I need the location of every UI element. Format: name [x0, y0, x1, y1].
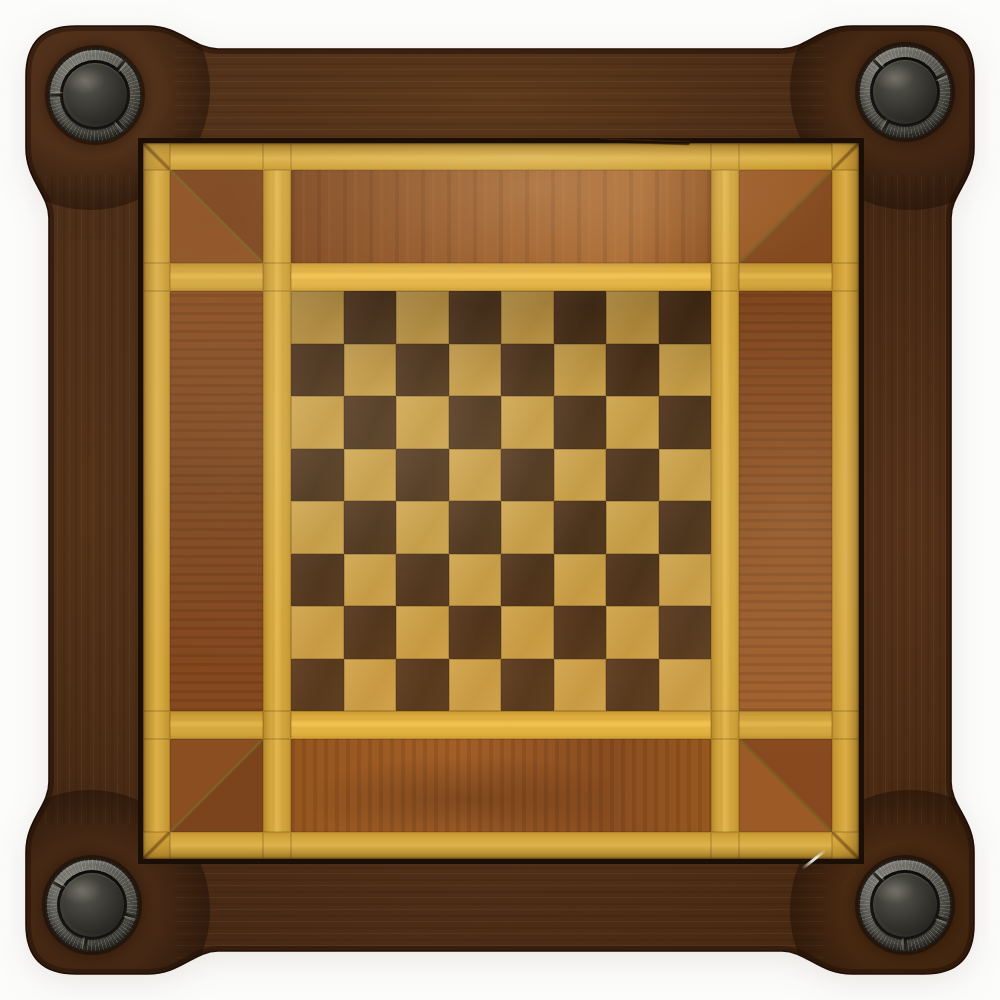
inlay-gold-band-bottom [739, 711, 832, 739]
inlay-gold-frame-band [711, 832, 739, 859]
square-f3[interactable] [554, 554, 607, 607]
inlay-gold-frame-band [832, 170, 859, 263]
square-e8[interactable] [501, 291, 554, 344]
square-d7[interactable] [449, 344, 502, 397]
wood-crack [598, 134, 690, 150]
square-b7[interactable] [344, 344, 397, 397]
square-a2[interactable] [291, 606, 344, 659]
cup-holder-bottom-right [858, 858, 952, 952]
square-c2[interactable] [396, 606, 449, 659]
square-d8[interactable] [449, 291, 502, 344]
square-g5[interactable] [606, 449, 659, 502]
inlay-gold-frame-band [143, 711, 170, 739]
inlay-gold-stripe-left [263, 263, 291, 291]
square-d1[interactable] [449, 659, 502, 712]
square-b2[interactable] [344, 606, 397, 659]
inlay-red-column-left [170, 291, 263, 711]
checkerboard [291, 291, 711, 711]
inlay-gold-frame-corner [143, 832, 170, 859]
square-h8[interactable] [659, 291, 712, 344]
inlay-gold-frame-band [711, 143, 739, 170]
inlay-gold-stripe-left [263, 739, 291, 832]
square-d4[interactable] [449, 501, 502, 554]
square-f6[interactable] [554, 396, 607, 449]
square-e3[interactable] [501, 554, 554, 607]
game-table-photo [0, 0, 1000, 1000]
square-e2[interactable] [501, 606, 554, 659]
inlay-gold-band-bottom [291, 711, 711, 739]
square-h6[interactable] [659, 396, 712, 449]
square-e7[interactable] [501, 344, 554, 397]
square-c5[interactable] [396, 449, 449, 502]
square-c3[interactable] [396, 554, 449, 607]
square-g4[interactable] [606, 501, 659, 554]
inlay-gold-band-top [170, 263, 263, 291]
cup-holder-top-right [858, 45, 952, 139]
square-c6[interactable] [396, 396, 449, 449]
square-e4[interactable] [501, 501, 554, 554]
inlay-red-corner-top-left [170, 170, 263, 263]
square-c8[interactable] [396, 291, 449, 344]
square-b3[interactable] [344, 554, 397, 607]
inlay-red-band-top [291, 170, 711, 263]
inlay-gold-frame-band [143, 263, 170, 291]
inlay-gold-band-bottom [170, 711, 263, 739]
square-d3[interactable] [449, 554, 502, 607]
inlay-gold-frame-corner [832, 143, 859, 170]
inlay-red-corner-bottom-right [739, 739, 832, 832]
square-h5[interactable] [659, 449, 712, 502]
square-a4[interactable] [291, 501, 344, 554]
inlay-gold-frame-band [832, 739, 859, 832]
cup-holder-dome [873, 60, 937, 124]
square-e1[interactable] [501, 659, 554, 712]
square-g2[interactable] [606, 606, 659, 659]
cup-holder-slot [50, 94, 63, 97]
inlay-gold-frame-corner [143, 143, 170, 170]
square-h3[interactable] [659, 554, 712, 607]
square-g8[interactable] [606, 291, 659, 344]
inlay-gold-stripe-left [263, 291, 291, 711]
square-e5[interactable] [501, 449, 554, 502]
square-f1[interactable] [554, 659, 607, 712]
inlay-gold-frame-band [263, 143, 291, 170]
cup-holder-top-left [48, 48, 142, 142]
square-b1[interactable] [344, 659, 397, 712]
square-b4[interactable] [344, 501, 397, 554]
inlay-gold-frame-band [143, 170, 170, 263]
inlay-gold-band-top [291, 263, 711, 291]
square-g6[interactable] [606, 396, 659, 449]
cup-holder-slot [904, 938, 907, 951]
square-f4[interactable] [554, 501, 607, 554]
inlay-gold-stripe-right [711, 170, 739, 263]
inlay-red-band-bottom [291, 739, 711, 832]
square-a1[interactable] [291, 659, 344, 712]
square-f8[interactable] [554, 291, 607, 344]
inlay-gold-frame-band [170, 143, 263, 170]
inlay-red-corner-top-right [739, 170, 832, 263]
square-g1[interactable] [606, 659, 659, 712]
square-g3[interactable] [606, 554, 659, 607]
square-f7[interactable] [554, 344, 607, 397]
square-b5[interactable] [344, 449, 397, 502]
square-e6[interactable] [501, 396, 554, 449]
square-c7[interactable] [396, 344, 449, 397]
game-board-panel [138, 138, 864, 864]
cup-holder-bottom-left [45, 858, 139, 952]
inlay-red-column-right [739, 291, 832, 711]
inlay-gold-stripe-right [711, 739, 739, 832]
cup-holder-dome [63, 63, 127, 127]
square-a5[interactable] [291, 449, 344, 502]
inlay-gold-frame-band [170, 832, 263, 859]
square-g7[interactable] [606, 344, 659, 397]
square-h4[interactable] [659, 501, 712, 554]
inlay-gold-frame-band [832, 711, 859, 739]
square-c1[interactable] [396, 659, 449, 712]
inlay-gold-stripe-right [711, 291, 739, 711]
inlay-gold-frame-band [832, 263, 859, 291]
square-h2[interactable] [659, 606, 712, 659]
inlay-gold-stripe-right [711, 711, 739, 739]
square-d6[interactable] [449, 396, 502, 449]
inlay-gold-frame-band [143, 739, 170, 832]
square-c4[interactable] [396, 501, 449, 554]
inlay-gold-stripe-left [263, 170, 291, 263]
inlay-red-corner-bottom-left [170, 739, 263, 832]
square-a3[interactable] [291, 554, 344, 607]
square-d2[interactable] [449, 606, 502, 659]
inlay-gold-frame-band [739, 143, 832, 170]
square-h1[interactable] [659, 659, 712, 712]
inlay-gold-stripe-right [711, 263, 739, 291]
square-f5[interactable] [554, 449, 607, 502]
square-d5[interactable] [449, 449, 502, 502]
cup-holder-dome [873, 873, 937, 937]
inlay-gold-frame-corner [832, 832, 859, 859]
inlay-gold-stripe-left [263, 711, 291, 739]
square-a8[interactable] [291, 291, 344, 344]
square-a7[interactable] [291, 344, 344, 397]
inlay-gold-frame-band [291, 832, 711, 859]
inlay-gold-frame-band [263, 832, 291, 859]
cup-holder-dome [60, 873, 124, 937]
square-h7[interactable] [659, 344, 712, 397]
square-b8[interactable] [344, 291, 397, 344]
square-a6[interactable] [291, 396, 344, 449]
inlay-gold-frame-band [832, 291, 859, 711]
inlay-gold-frame-band [143, 291, 170, 711]
square-f2[interactable] [554, 606, 607, 659]
square-b6[interactable] [344, 396, 397, 449]
inlay-gold-band-top [739, 263, 832, 291]
